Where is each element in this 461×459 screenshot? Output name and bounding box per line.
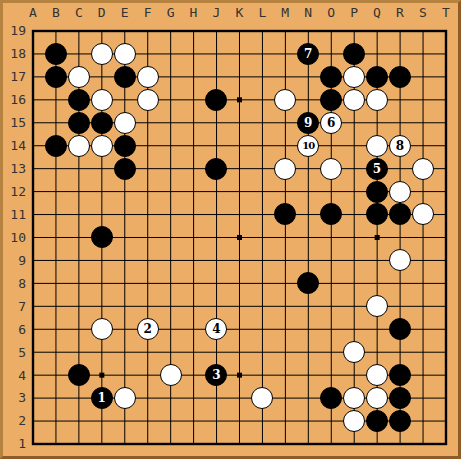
stone-white-L3[interactable] — [251, 387, 273, 409]
move-number-5: 5 — [373, 163, 381, 175]
move-number-2: 2 — [143, 323, 151, 335]
stone-white-P3[interactable] — [343, 387, 365, 409]
move-number-1: 1 — [98, 392, 106, 404]
move-number-3: 3 — [212, 369, 220, 381]
move-number-9: 9 — [304, 117, 312, 129]
col-label-O: O — [327, 5, 335, 20]
stone-black-C16[interactable] — [68, 89, 90, 111]
stone-white-C14[interactable] — [68, 135, 90, 157]
stone-black-E17[interactable] — [114, 66, 136, 88]
move-number-6: 6 — [327, 117, 335, 129]
stone-black-R3[interactable] — [389, 387, 411, 409]
stone-white-F16[interactable] — [137, 89, 159, 111]
col-label-T: T — [442, 5, 450, 20]
stone-white-R14[interactable]: 8 — [389, 135, 411, 157]
stone-white-O13[interactable] — [320, 158, 342, 180]
col-label-G: G — [167, 5, 175, 20]
stone-white-F17[interactable] — [137, 66, 159, 88]
stone-black-O3[interactable] — [320, 387, 342, 409]
stone-white-J6[interactable]: 4 — [205, 318, 227, 340]
col-label-C: C — [75, 5, 83, 20]
stone-black-R11[interactable] — [389, 203, 411, 225]
col-label-A: A — [29, 5, 37, 20]
stone-black-B18[interactable] — [45, 43, 67, 65]
stone-black-B17[interactable] — [45, 66, 67, 88]
stone-black-D3[interactable]: 1 — [91, 387, 113, 409]
stone-white-N14[interactable]: 10 — [297, 135, 319, 157]
stone-white-Q3[interactable] — [366, 387, 388, 409]
stone-black-N18[interactable]: 7 — [297, 43, 319, 65]
stone-white-G4[interactable] — [160, 364, 182, 386]
stone-black-Q2[interactable] — [366, 410, 388, 432]
stone-white-D6[interactable] — [91, 318, 113, 340]
stone-black-C15[interactable] — [68, 112, 90, 134]
stone-black-O16[interactable] — [320, 89, 342, 111]
stone-black-N15[interactable]: 9 — [297, 112, 319, 134]
stone-white-D18[interactable] — [91, 43, 113, 65]
move-number-4: 4 — [212, 323, 220, 335]
stone-black-C4[interactable] — [68, 364, 90, 386]
stone-black-M11[interactable] — [274, 203, 296, 225]
stone-white-M16[interactable] — [274, 89, 296, 111]
stone-black-J16[interactable] — [205, 89, 227, 111]
move-number-8: 8 — [396, 140, 404, 152]
move-number-7: 7 — [304, 48, 312, 60]
stone-white-E3[interactable] — [114, 387, 136, 409]
stone-white-Q14[interactable] — [366, 135, 388, 157]
stone-white-S11[interactable] — [412, 203, 434, 225]
stone-black-Q11[interactable] — [366, 203, 388, 225]
col-label-D: D — [98, 5, 106, 20]
stone-white-M13[interactable] — [274, 158, 296, 180]
stone-white-R12[interactable] — [389, 181, 411, 203]
col-label-P: P — [350, 5, 358, 20]
stone-black-J13[interactable] — [205, 158, 227, 180]
stone-black-E13[interactable] — [114, 158, 136, 180]
col-label-J: J — [213, 5, 221, 20]
stone-black-D15[interactable] — [91, 112, 113, 134]
stone-black-R4[interactable] — [389, 364, 411, 386]
stone-black-Q13[interactable]: 5 — [366, 158, 388, 180]
col-label-F: F — [144, 5, 152, 20]
stone-black-P18[interactable] — [343, 43, 365, 65]
stone-white-Q7[interactable] — [366, 295, 388, 317]
stone-white-D16[interactable] — [91, 89, 113, 111]
stone-black-O11[interactable] — [320, 203, 342, 225]
col-label-S: S — [419, 5, 427, 20]
col-label-E: E — [121, 5, 129, 20]
stone-white-P17[interactable] — [343, 66, 365, 88]
col-label-N: N — [304, 5, 312, 20]
col-label-B: B — [52, 5, 60, 20]
col-label-R: R — [396, 5, 404, 20]
stone-black-E14[interactable] — [114, 135, 136, 157]
col-label-M: M — [281, 5, 289, 20]
stone-black-Q12[interactable] — [366, 181, 388, 203]
stone-black-J4[interactable]: 3 — [205, 364, 227, 386]
stone-white-Q4[interactable] — [366, 364, 388, 386]
stone-white-O15[interactable]: 6 — [320, 112, 342, 134]
stone-white-C17[interactable] — [68, 66, 90, 88]
stones-layer: 79610852431 — [22, 20, 458, 456]
stone-black-Q17[interactable] — [366, 66, 388, 88]
stone-white-F6[interactable]: 2 — [137, 318, 159, 340]
stone-white-R9[interactable] — [389, 249, 411, 271]
stone-white-Q16[interactable] — [366, 89, 388, 111]
stone-white-E15[interactable] — [114, 112, 136, 134]
stone-black-N8[interactable] — [297, 272, 319, 294]
stone-black-B14[interactable] — [45, 135, 67, 157]
col-label-Q: Q — [373, 5, 381, 20]
move-number-10: 10 — [302, 141, 314, 151]
stone-white-P16[interactable] — [343, 89, 365, 111]
stone-white-P2[interactable] — [343, 410, 365, 432]
stone-white-P5[interactable] — [343, 341, 365, 363]
col-label-K: K — [235, 5, 243, 20]
stone-black-D10[interactable] — [91, 226, 113, 248]
col-label-H: H — [190, 5, 198, 20]
go-board-diagram: ABCDEFGHJKLMNOPQRST 19181716151413121110… — [0, 0, 461, 459]
stone-white-S13[interactable] — [412, 158, 434, 180]
stone-black-R6[interactable] — [389, 318, 411, 340]
stone-white-D14[interactable] — [91, 135, 113, 157]
col-label-L: L — [258, 5, 266, 20]
stone-white-E18[interactable] — [114, 43, 136, 65]
stone-black-O17[interactable] — [320, 66, 342, 88]
stone-black-R17[interactable] — [389, 66, 411, 88]
stone-black-R2[interactable] — [389, 410, 411, 432]
